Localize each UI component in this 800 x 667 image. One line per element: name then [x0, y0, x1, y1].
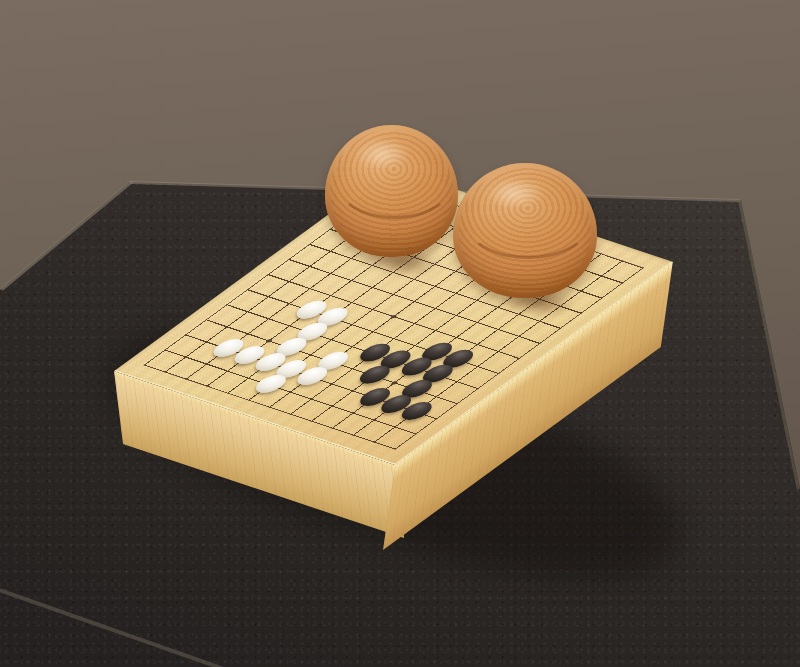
stone-bowl-left [325, 125, 458, 257]
bowl-lid-sheen [485, 177, 545, 209]
go-board-photo-scene [0, 0, 800, 667]
bowl-lid-sheen [354, 138, 410, 170]
stone-bowl-right [453, 163, 597, 298]
